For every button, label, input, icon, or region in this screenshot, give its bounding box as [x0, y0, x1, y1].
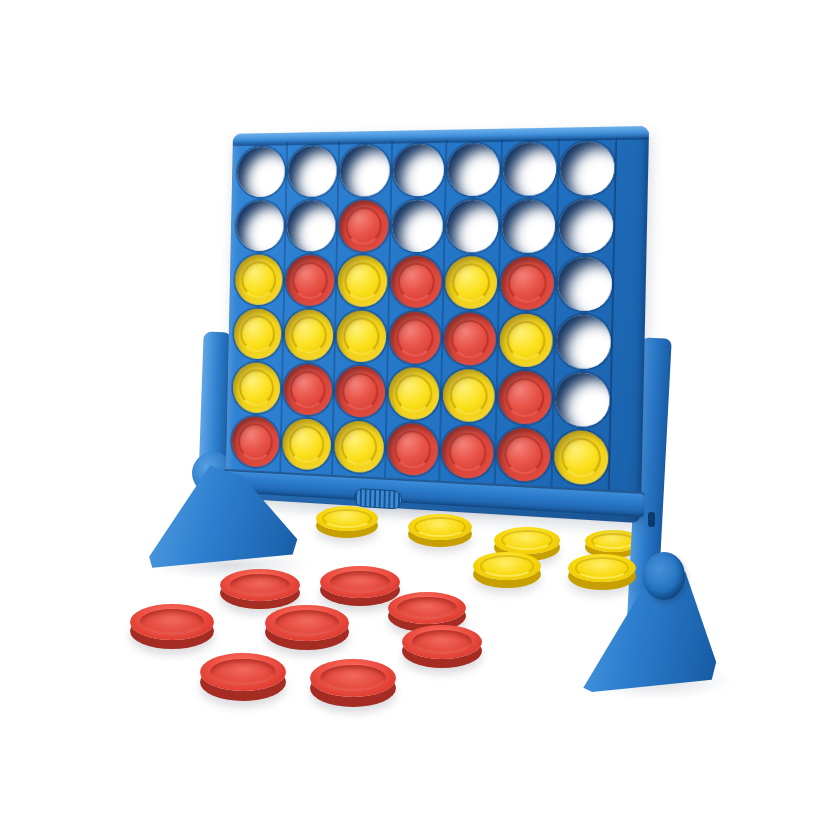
cell-r2c6-empty-hole	[502, 199, 556, 252]
loose-red-disc-7	[200, 653, 286, 691]
cell-r4c4-red-disc	[389, 311, 440, 364]
loose-red-disc-2	[320, 566, 400, 598]
board-frame	[225, 126, 649, 523]
cell-r4c3-yellow-disc	[336, 310, 386, 362]
cell-r3c4-red-disc	[391, 256, 442, 309]
loose-yellow-disc-5	[568, 554, 636, 582]
cell-r4c6-yellow-disc	[499, 313, 553, 367]
cell-r6c2-yellow-disc	[282, 418, 331, 471]
cell-r2c5-empty-hole	[446, 200, 499, 253]
cell-r6c3-yellow-disc	[334, 420, 384, 474]
release-slider	[354, 488, 402, 510]
cell-r6c5-red-disc	[441, 425, 494, 480]
cell-r1c5-empty-hole	[447, 143, 500, 196]
cell-r2c1-empty-hole	[236, 201, 284, 251]
loose-red-disc-3	[388, 592, 466, 624]
cell-r3c6-red-disc	[500, 257, 554, 311]
loose-red-disc-4	[130, 604, 214, 640]
cell-r5c1-yellow-disc	[233, 362, 281, 414]
board-grid	[231, 141, 617, 486]
loose-red-disc-5	[265, 605, 349, 641]
loose-red-disc-6	[402, 625, 482, 659]
cell-r1c1-empty-hole	[237, 146, 285, 197]
cell-r3c5-yellow-disc	[445, 256, 498, 309]
cell-r4c2-yellow-disc	[284, 309, 333, 361]
cell-r2c2-empty-hole	[287, 200, 336, 251]
cell-r5c7-empty-hole	[555, 372, 610, 428]
cell-r5c4-yellow-disc	[388, 367, 439, 421]
cell-r6c1-red-disc	[231, 416, 279, 468]
loose-yellow-disc-4	[473, 552, 541, 580]
cell-r4c5-red-disc	[444, 312, 497, 366]
cell-r1c2-empty-hole	[288, 146, 337, 197]
cell-r6c4-red-disc	[387, 422, 438, 476]
connect-four-photo	[0, 0, 840, 840]
cell-r6c6-red-disc	[497, 427, 551, 483]
cell-r2c7-empty-hole	[559, 199, 614, 253]
cell-r2c4-empty-hole	[392, 200, 443, 252]
right-stand-slot	[648, 512, 655, 527]
cell-r1c7-empty-hole	[560, 141, 615, 195]
cell-r4c1-yellow-disc	[234, 308, 282, 359]
cell-r5c5-yellow-disc	[443, 369, 496, 423]
cell-r1c6-empty-hole	[503, 142, 557, 196]
cell-r5c3-red-disc	[335, 365, 385, 418]
cell-r5c6-red-disc	[498, 370, 552, 425]
cell-r1c3-empty-hole	[340, 145, 390, 197]
loose-yellow-disc-3	[494, 527, 560, 554]
cell-r2c3-red-disc	[339, 200, 389, 252]
cell-r3c7-empty-hole	[557, 257, 612, 311]
cell-r3c1-yellow-disc	[235, 255, 283, 306]
cell-r4c7-empty-hole	[556, 314, 611, 369]
cell-r3c3-yellow-disc	[337, 255, 387, 307]
cell-r3c2-red-disc	[286, 255, 335, 306]
cell-r6c7-yellow-disc	[554, 429, 609, 485]
loose-red-disc-8	[310, 659, 396, 697]
cell-r1c4-empty-hole	[393, 144, 445, 196]
board-3d-wrap	[225, 126, 649, 523]
right-stand-knob	[643, 552, 685, 600]
cell-r5c2-red-disc	[283, 364, 332, 416]
